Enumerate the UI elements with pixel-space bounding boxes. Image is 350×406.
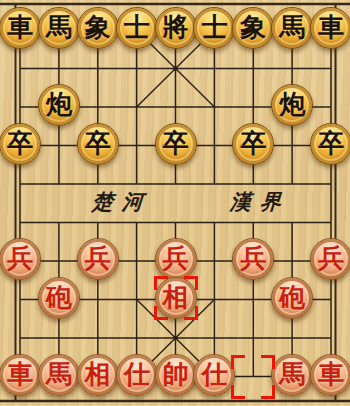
- piece-red-A[interactable]: 仕: [193, 354, 235, 396]
- piece-black-P[interactable]: 卒: [0, 123, 41, 165]
- piece-red-C[interactable]: 砲: [38, 277, 80, 319]
- piece-black-C[interactable]: 炮: [271, 84, 313, 126]
- piece-black-N[interactable]: 馬: [271, 7, 313, 49]
- piece-red-B[interactable]: 相: [155, 277, 197, 319]
- xiangqi-board: 楚河 漢界 車馬象士將士象馬車炮炮卒卒卒卒卒兵兵兵兵兵砲相砲車馬相仕帥仕馬車: [0, 0, 350, 406]
- piece-black-R[interactable]: 車: [0, 7, 41, 49]
- piece-black-P[interactable]: 卒: [155, 123, 197, 165]
- piece-red-R[interactable]: 車: [310, 354, 350, 396]
- piece-red-P[interactable]: 兵: [232, 238, 274, 280]
- board-grid: [0, 0, 350, 406]
- piece-black-N[interactable]: 馬: [38, 7, 80, 49]
- piece-black-A[interactable]: 士: [116, 7, 158, 49]
- piece-black-P[interactable]: 卒: [77, 123, 119, 165]
- piece-red-N[interactable]: 馬: [38, 354, 80, 396]
- piece-black-P[interactable]: 卒: [232, 123, 274, 165]
- piece-red-P[interactable]: 兵: [77, 238, 119, 280]
- piece-black-C[interactable]: 炮: [38, 84, 80, 126]
- river-label-han-jie: 漢界: [229, 188, 291, 216]
- piece-red-P[interactable]: 兵: [310, 238, 350, 280]
- piece-black-B[interactable]: 象: [232, 7, 274, 49]
- piece-red-C[interactable]: 砲: [271, 277, 313, 319]
- piece-red-P[interactable]: 兵: [0, 238, 41, 280]
- piece-red-P[interactable]: 兵: [155, 238, 197, 280]
- river-label-chu-he: 楚河: [91, 188, 153, 216]
- piece-red-A[interactable]: 仕: [116, 354, 158, 396]
- piece-black-P[interactable]: 卒: [310, 123, 350, 165]
- piece-black-K[interactable]: 將: [155, 7, 197, 49]
- piece-black-R[interactable]: 車: [310, 7, 350, 49]
- piece-red-N[interactable]: 馬: [271, 354, 313, 396]
- piece-red-B[interactable]: 相: [77, 354, 119, 396]
- piece-red-K[interactable]: 帥: [155, 354, 197, 396]
- piece-red-R[interactable]: 車: [0, 354, 41, 396]
- piece-black-B[interactable]: 象: [77, 7, 119, 49]
